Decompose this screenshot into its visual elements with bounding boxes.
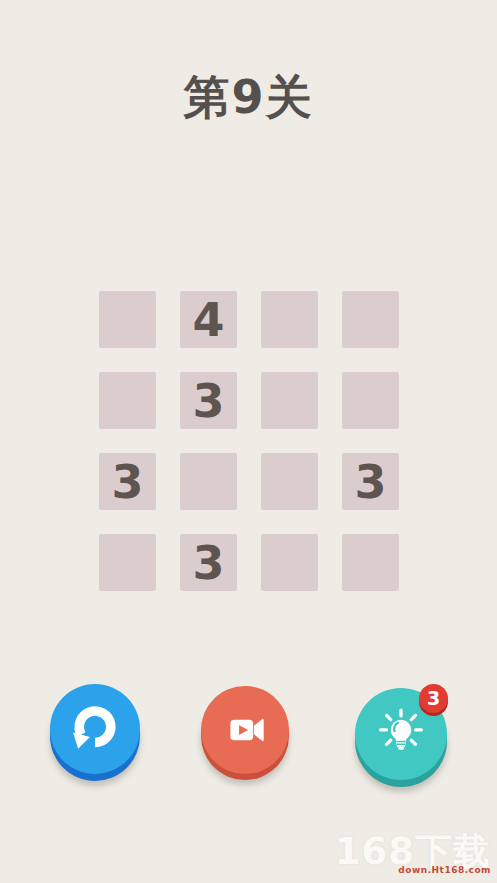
watermark: 168下载 down.Ht168.com [335, 835, 491, 875]
grid-cell[interactable] [261, 534, 318, 591]
video-camera-icon [219, 704, 271, 756]
puzzle-grid: 43333 [99, 291, 399, 591]
watermark-url: down.Ht168.com [335, 865, 491, 875]
grid-cell[interactable]: 3 [99, 453, 156, 510]
grid-cell[interactable] [261, 372, 318, 429]
grid-cell[interactable] [99, 291, 156, 348]
grid-cell[interactable] [342, 291, 399, 348]
lightbulb-icon [373, 706, 429, 762]
grid-cell[interactable] [261, 453, 318, 510]
restart-icon [68, 702, 122, 756]
restart-button[interactable] [50, 684, 140, 774]
grid-cell[interactable] [261, 291, 318, 348]
grid-cell[interactable]: 3 [342, 453, 399, 510]
watermark-brand: 168下载 [335, 830, 491, 873]
game-screen: { "game": "number-merge puzzle (tap/merg… [0, 0, 497, 883]
grid-cell[interactable] [342, 372, 399, 429]
grid-cell[interactable] [99, 372, 156, 429]
video-button[interactable] [201, 686, 289, 774]
grid-cell[interactable]: 4 [180, 291, 237, 348]
grid-cell[interactable] [342, 534, 399, 591]
grid-cell[interactable]: 3 [180, 372, 237, 429]
grid-cell[interactable] [99, 534, 156, 591]
level-title: 第9关 [0, 74, 497, 120]
grid-cell[interactable] [180, 453, 237, 510]
hint-count-badge: 3 [419, 684, 448, 713]
grid-cell[interactable]: 3 [180, 534, 237, 591]
